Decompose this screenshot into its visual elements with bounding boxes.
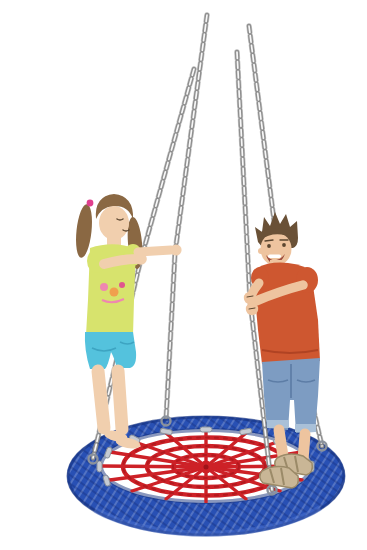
boy-ear [258, 248, 264, 254]
chain-back-left [166, 15, 207, 420]
girl-hand-near [135, 253, 147, 265]
boy-hand-upper [244, 292, 256, 304]
girl-arm-near [104, 259, 137, 264]
boy-eye-left [267, 244, 271, 248]
boy-eye-right [282, 243, 286, 247]
girl-leg-near [98, 371, 104, 428]
girl-face [99, 206, 129, 240]
girl-hair-tie [87, 200, 94, 207]
girl-leg-far [118, 371, 122, 429]
girl-arm-far [138, 250, 171, 252]
scene-illustration [0, 0, 367, 550]
net-center-knot [204, 465, 209, 470]
girl-hand-far [170, 244, 181, 255]
boy-teeth [268, 255, 281, 259]
boy-calf-near [279, 430, 283, 456]
nest-swing-product-photo [0, 0, 367, 550]
